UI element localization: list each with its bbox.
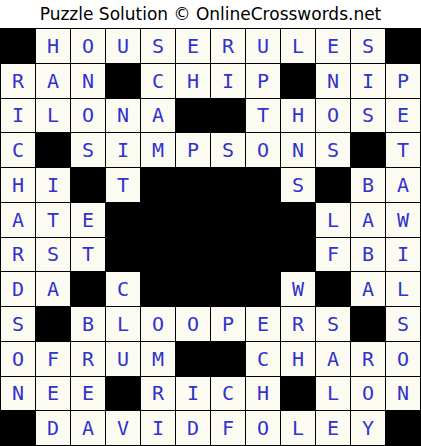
letter-cell: P bbox=[386, 64, 420, 98]
block-cell bbox=[211, 99, 245, 133]
letter-cell: R bbox=[141, 377, 175, 411]
letter-cell: S bbox=[1, 307, 35, 341]
letter-cell: I bbox=[386, 238, 420, 272]
letter-cell: I bbox=[211, 64, 245, 98]
block-cell bbox=[176, 342, 210, 376]
letter-cell: N bbox=[281, 133, 315, 167]
letter-cell: E bbox=[71, 377, 105, 411]
letter-cell: W bbox=[386, 203, 420, 237]
block-cell bbox=[246, 168, 280, 202]
block-cell bbox=[176, 272, 210, 306]
block-cell bbox=[351, 307, 385, 341]
letter-cell: M bbox=[141, 133, 175, 167]
block-cell bbox=[211, 203, 245, 237]
letter-cell: H bbox=[246, 377, 280, 411]
block-cell bbox=[141, 203, 175, 237]
letter-cell: L bbox=[281, 411, 315, 445]
letter-cell: E bbox=[316, 411, 350, 445]
puzzle-solution-page: Puzzle Solution © OnlineCrosswords.net H… bbox=[0, 0, 421, 446]
letter-cell: A bbox=[351, 272, 385, 306]
letter-cell: T bbox=[71, 238, 105, 272]
block-cell bbox=[211, 342, 245, 376]
letter-cell: T bbox=[36, 203, 70, 237]
block-cell bbox=[281, 203, 315, 237]
letter-cell: S bbox=[351, 29, 385, 63]
letter-cell: S bbox=[71, 133, 105, 167]
block-cell bbox=[176, 238, 210, 272]
letter-cell: I bbox=[176, 377, 210, 411]
letter-cell: A bbox=[36, 272, 70, 306]
letter-cell: U bbox=[246, 29, 280, 63]
letter-cell: F bbox=[211, 411, 245, 445]
letter-cell: O bbox=[141, 307, 175, 341]
letter-cell: L bbox=[386, 272, 420, 306]
block-cell bbox=[141, 168, 175, 202]
letter-cell: A bbox=[351, 203, 385, 237]
block-cell bbox=[71, 168, 105, 202]
letter-cell: R bbox=[281, 307, 315, 341]
letter-cell: V bbox=[106, 411, 140, 445]
letter-cell: W bbox=[281, 272, 315, 306]
letter-cell: P bbox=[211, 307, 245, 341]
block-cell bbox=[176, 168, 210, 202]
block-cell bbox=[281, 64, 315, 98]
letter-cell: U bbox=[106, 342, 140, 376]
letter-cell: E bbox=[176, 29, 210, 63]
letter-cell: Y bbox=[351, 411, 385, 445]
letter-cell: I bbox=[141, 411, 175, 445]
letter-cell: O bbox=[386, 342, 420, 376]
letter-cell: O bbox=[71, 29, 105, 63]
letter-cell: O bbox=[246, 411, 280, 445]
letter-cell: S bbox=[281, 168, 315, 202]
crossword-grid: HOUSERULESRANCHIPNIPILONATHOSECSIMPSONST… bbox=[0, 28, 421, 446]
letter-cell: P bbox=[246, 64, 280, 98]
page-title: Puzzle Solution © OnlineCrosswords.net bbox=[40, 6, 382, 23]
letter-cell: A bbox=[316, 342, 350, 376]
letter-cell: F bbox=[316, 238, 350, 272]
letter-cell: A bbox=[1, 203, 35, 237]
letter-cell: L bbox=[36, 99, 70, 133]
block-cell bbox=[141, 238, 175, 272]
letter-cell: S bbox=[386, 307, 420, 341]
letter-cell: N bbox=[106, 99, 140, 133]
letter-cell: C bbox=[246, 342, 280, 376]
letter-cell: S bbox=[141, 29, 175, 63]
letter-cell: E bbox=[316, 29, 350, 63]
letter-cell: O bbox=[351, 377, 385, 411]
letter-cell: H bbox=[281, 99, 315, 133]
letter-cell: M bbox=[141, 342, 175, 376]
letter-cell: E bbox=[71, 203, 105, 237]
letter-cell: T bbox=[246, 99, 280, 133]
letter-cell: B bbox=[351, 168, 385, 202]
letter-cell: O bbox=[71, 99, 105, 133]
block-cell bbox=[211, 238, 245, 272]
letter-cell: O bbox=[1, 342, 35, 376]
block-cell bbox=[316, 168, 350, 202]
block-cell bbox=[106, 238, 140, 272]
block-cell bbox=[281, 238, 315, 272]
letter-cell: S bbox=[36, 238, 70, 272]
letter-cell: I bbox=[351, 64, 385, 98]
block-cell bbox=[316, 272, 350, 306]
letter-cell: H bbox=[281, 342, 315, 376]
letter-cell: C bbox=[1, 133, 35, 167]
letter-cell: P bbox=[176, 133, 210, 167]
letter-cell: L bbox=[316, 203, 350, 237]
letter-cell: N bbox=[71, 64, 105, 98]
block-cell bbox=[1, 411, 35, 445]
block-cell bbox=[106, 64, 140, 98]
block-cell bbox=[246, 272, 280, 306]
letter-cell: F bbox=[36, 342, 70, 376]
letter-cell: I bbox=[106, 133, 140, 167]
block-cell bbox=[386, 411, 420, 445]
block-cell bbox=[246, 238, 280, 272]
letter-cell: T bbox=[386, 133, 420, 167]
letter-cell: L bbox=[281, 29, 315, 63]
letter-cell: B bbox=[351, 238, 385, 272]
letter-cell: S bbox=[351, 99, 385, 133]
letter-cell: D bbox=[1, 272, 35, 306]
letter-cell: O bbox=[316, 99, 350, 133]
block-cell bbox=[36, 133, 70, 167]
letter-cell: S bbox=[316, 133, 350, 167]
letter-cell: R bbox=[71, 342, 105, 376]
block-cell bbox=[71, 272, 105, 306]
block-cell bbox=[246, 203, 280, 237]
letter-cell: R bbox=[1, 64, 35, 98]
letter-cell: D bbox=[36, 411, 70, 445]
block-cell bbox=[211, 272, 245, 306]
letter-cell: I bbox=[1, 99, 35, 133]
block-cell bbox=[141, 272, 175, 306]
letter-cell: C bbox=[141, 64, 175, 98]
letter-cell: R bbox=[211, 29, 245, 63]
letter-cell: N bbox=[386, 377, 420, 411]
letter-cell: A bbox=[36, 64, 70, 98]
letter-cell: L bbox=[106, 307, 140, 341]
block-cell bbox=[36, 307, 70, 341]
block-cell bbox=[351, 133, 385, 167]
letter-cell: N bbox=[316, 64, 350, 98]
block-cell bbox=[1, 29, 35, 63]
letter-cell: U bbox=[106, 29, 140, 63]
letter-cell: N bbox=[1, 377, 35, 411]
letter-cell: H bbox=[1, 168, 35, 202]
letter-cell: C bbox=[211, 377, 245, 411]
letter-cell: A bbox=[386, 168, 420, 202]
letter-cell: L bbox=[316, 377, 350, 411]
letter-cell: T bbox=[106, 168, 140, 202]
letter-cell: E bbox=[36, 377, 70, 411]
letter-cell: R bbox=[351, 342, 385, 376]
letter-cell: C bbox=[106, 272, 140, 306]
letter-cell: B bbox=[71, 307, 105, 341]
letter-cell: R bbox=[1, 238, 35, 272]
letter-cell: A bbox=[71, 411, 105, 445]
title-bar: Puzzle Solution © OnlineCrosswords.net bbox=[0, 0, 421, 28]
letter-cell: S bbox=[211, 133, 245, 167]
block-cell bbox=[106, 203, 140, 237]
letter-cell: I bbox=[36, 168, 70, 202]
block-cell bbox=[176, 203, 210, 237]
letter-cell: O bbox=[176, 307, 210, 341]
block-cell bbox=[106, 377, 140, 411]
letter-cell: D bbox=[176, 411, 210, 445]
block-cell bbox=[281, 377, 315, 411]
letter-cell: E bbox=[386, 99, 420, 133]
letter-cell: A bbox=[141, 99, 175, 133]
letter-cell: E bbox=[246, 307, 280, 341]
block-cell bbox=[176, 99, 210, 133]
letter-cell: H bbox=[176, 64, 210, 98]
block-cell bbox=[386, 29, 420, 63]
block-cell bbox=[211, 168, 245, 202]
letter-cell: O bbox=[246, 133, 280, 167]
letter-cell: H bbox=[36, 29, 70, 63]
letter-cell: S bbox=[316, 307, 350, 341]
